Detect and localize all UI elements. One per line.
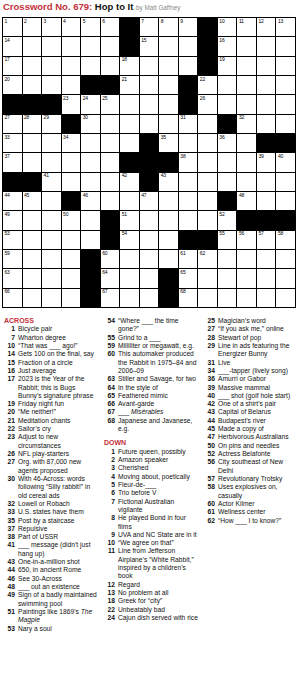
block-cell	[140, 153, 159, 171]
grid-cell[interactable]	[23, 211, 42, 229]
clue-number: 27	[202, 325, 215, 333]
grid-cell[interactable]	[42, 76, 61, 94]
grid-cell[interactable]	[42, 37, 61, 55]
clue-text: ___-tapper (lively song)	[218, 367, 299, 375]
block-cell	[159, 269, 178, 287]
grid-cell[interactable]	[159, 192, 178, 210]
cell-number: 62	[200, 251, 205, 256]
clue-number: 37	[2, 525, 15, 533]
grid-cell[interactable]	[218, 289, 237, 307]
grid-cell[interactable]	[257, 269, 276, 287]
grid-cell[interactable]: 39	[257, 153, 276, 171]
grid-cell[interactable]	[218, 173, 237, 191]
grid-cell[interactable]	[23, 57, 42, 75]
grid-cell[interactable]	[159, 115, 178, 133]
grid-cell[interactable]	[198, 153, 217, 171]
grid-cell[interactable]: 47	[140, 192, 159, 210]
cell-number: 54	[122, 231, 127, 236]
grid-cell[interactable]	[237, 289, 256, 307]
grid-cell[interactable]: 40	[276, 153, 295, 171]
grid-cell[interactable]: 25	[101, 95, 120, 113]
clue-number: 58	[202, 483, 215, 500]
grid-cell[interactable]: 68	[179, 289, 198, 307]
clue-text: Grind to a ___	[118, 334, 200, 342]
grid-cell[interactable]	[101, 37, 120, 55]
grid-cell[interactable]	[179, 57, 198, 75]
grid-cell[interactable]	[81, 173, 100, 191]
clue-number: 29	[202, 342, 215, 359]
clue-number: 46	[2, 575, 15, 583]
grid-cell[interactable]: 20	[3, 76, 22, 94]
clue-text: Adjust to new circumstances	[18, 433, 100, 450]
grid-cell[interactable]	[257, 115, 276, 133]
clue-number: 22	[102, 606, 115, 614]
block-cell	[3, 173, 22, 191]
block-cell	[81, 76, 100, 94]
clue-text: Actor Kilmer	[218, 500, 299, 508]
grid-cell[interactable]: 21	[120, 76, 139, 94]
grid-cell[interactable]	[62, 231, 81, 249]
cell-number: 44	[5, 193, 10, 198]
clue: 32Lowell or Robach	[2, 500, 100, 508]
clue: 43One-in-a-million shot	[2, 558, 100, 566]
grid-cell[interactable]: 6	[101, 18, 120, 36]
clue-number: 35	[2, 517, 15, 525]
block-cell	[198, 57, 217, 75]
grid-cell[interactable]: 55	[218, 231, 237, 249]
grid-cell[interactable]: 9	[179, 18, 198, 36]
grid-cell[interactable]	[42, 153, 61, 171]
grid-cell[interactable]: 5	[81, 18, 100, 36]
clue: 63Stiller and Savage, for two	[102, 375, 200, 383]
grid-cell[interactable]	[198, 192, 217, 210]
grid-cell[interactable]: 60	[101, 250, 120, 268]
grid-cell[interactable]	[120, 192, 139, 210]
grid-cell[interactable]: 36	[218, 134, 237, 152]
grid-cell[interactable]: 32	[237, 115, 256, 133]
grid-cell[interactable]	[276, 57, 295, 75]
clue: 64In the style of	[102, 384, 200, 392]
grid-cell[interactable]	[101, 115, 120, 133]
clue-text: Line in ads featuring the Energizer Bunn…	[218, 342, 299, 359]
grid-cell[interactable]: 15	[140, 37, 159, 55]
block-cell	[23, 95, 42, 113]
grid-cell[interactable]: 64	[101, 269, 120, 287]
grid-cell[interactable]: 52	[218, 211, 237, 229]
grid-cell[interactable]	[42, 231, 61, 249]
grid-cell[interactable]: 34	[62, 134, 81, 152]
grid-cell[interactable]: 2	[23, 18, 42, 36]
grid-cell[interactable]: 45	[23, 192, 42, 210]
grid-cell[interactable]	[42, 192, 61, 210]
grid-cell[interactable]	[159, 37, 178, 55]
cell-number: 33	[5, 135, 10, 140]
grid-cell[interactable]	[42, 211, 61, 229]
grid-cell[interactable]: 16	[218, 37, 237, 55]
grid-cell[interactable]	[257, 192, 276, 210]
cell-number: 10	[219, 19, 224, 24]
grid-cell[interactable]	[23, 76, 42, 94]
grid-cell[interactable]	[276, 173, 295, 191]
cell-number: 65	[180, 270, 185, 275]
grid-cell[interactable]	[179, 211, 198, 229]
clue: 29Line in ads featuring the Energizer Bu…	[202, 342, 299, 359]
grid-cell[interactable]: 54	[120, 231, 139, 249]
clue-number: 11	[102, 547, 115, 580]
cell-number: 58	[278, 231, 283, 236]
grid-cell[interactable]: 56	[237, 231, 256, 249]
clue: 1Bicycle pair	[2, 325, 100, 333]
clue-number: 60	[102, 350, 115, 375]
clue-text: ___ out an existence	[18, 583, 100, 591]
grid-cell[interactable]	[23, 250, 42, 268]
grid-cell[interactable]	[23, 269, 42, 287]
cell-number: 55	[219, 231, 224, 236]
grid-cell[interactable]: 53	[3, 231, 22, 249]
grid-cell[interactable]	[159, 76, 178, 94]
grid-cell[interactable]: 28	[23, 115, 42, 133]
clue-number: 47	[202, 433, 215, 441]
cell-number: 46	[83, 193, 88, 198]
clue: 172023 is the Year of the Rabbit; this i…	[2, 375, 100, 400]
grid-cell[interactable]: 67	[101, 289, 120, 307]
grid-cell[interactable]: 58	[276, 231, 295, 249]
grid-cell[interactable]	[198, 115, 217, 133]
grid-cell[interactable]	[237, 153, 256, 171]
grid-cell[interactable]	[257, 173, 276, 191]
grid-cell[interactable]	[120, 134, 139, 152]
grid-cell[interactable]	[62, 57, 81, 75]
grid-cell[interactable]	[218, 95, 237, 113]
grid-cell[interactable]	[81, 231, 100, 249]
clues-column-1: ACROSS1Bicycle pair7Wharton degree10“Tha…	[2, 317, 100, 633]
clue-text: Made a copy of	[218, 425, 299, 433]
clue-number: 64	[102, 384, 115, 392]
clue: 21Meditation chants	[2, 417, 100, 425]
grid-cell[interactable]: 13	[276, 18, 295, 36]
grid-cell[interactable]: 27	[3, 115, 22, 133]
clue-text: “Me neither!”	[18, 408, 100, 416]
grid-cell[interactable]: 50	[62, 211, 81, 229]
clue: 44Budapest’s river	[202, 417, 299, 425]
clue-number: 5	[102, 481, 115, 489]
grid-cell[interactable]: 51	[120, 211, 139, 229]
block-cell	[198, 18, 217, 36]
grid-cell[interactable]	[42, 134, 61, 152]
cell-number: 25	[102, 96, 107, 101]
grid-cell[interactable]	[237, 76, 256, 94]
grid-cell[interactable]: 44	[3, 192, 22, 210]
grid-cell[interactable]	[62, 173, 81, 191]
cell-number: 35	[161, 135, 166, 140]
clue-number: 10	[102, 539, 115, 547]
grid-cell[interactable]	[276, 269, 295, 287]
clue-text: On pins and needles	[218, 442, 299, 450]
grid-cell[interactable]	[120, 289, 139, 307]
clue-text: Future queen, possibly	[118, 448, 200, 456]
clue-number: 18	[102, 597, 115, 605]
grid-cell[interactable]	[237, 57, 256, 75]
grid-cell[interactable]	[276, 250, 295, 268]
grid-cell[interactable]	[140, 289, 159, 307]
clue-text: Capital of Belarus	[218, 408, 299, 416]
grid-cell[interactable]	[159, 250, 178, 268]
cell-number: 11	[239, 19, 244, 24]
clue-number: 39	[202, 384, 215, 392]
crossword-grid: 1234567891011121314151617181920212223242…	[2, 17, 296, 308]
block-cell	[179, 76, 198, 94]
grid-cell[interactable]	[62, 76, 81, 94]
clue-number: 49	[2, 591, 15, 608]
clue-text: Unbeatably bad	[118, 606, 200, 614]
grid-cell[interactable]: 4	[62, 18, 81, 36]
grid-cell[interactable]	[179, 134, 198, 152]
clue-number: 15	[2, 359, 15, 367]
grid-cell[interactable]: 30	[81, 115, 100, 133]
clue: 3Cherished	[102, 464, 200, 472]
block-cell	[179, 231, 198, 249]
clue-text: One of a shirt’s pair	[218, 400, 299, 408]
grid-cell[interactable]: 43	[159, 173, 178, 191]
grid-cell[interactable]: 33	[3, 134, 22, 152]
grid-cell[interactable]	[218, 153, 237, 171]
grid-cell[interactable]	[257, 57, 276, 75]
grid-cell[interactable]: 63	[3, 269, 22, 287]
grid-cell[interactable]	[120, 115, 139, 133]
cell-number: 63	[5, 270, 10, 275]
grid-cell[interactable]	[120, 95, 139, 113]
grid-cell[interactable]	[42, 250, 61, 268]
grid-cell[interactable]: 37	[3, 153, 22, 171]
clue-text: Moving about, poetically	[118, 473, 200, 481]
grid-cell[interactable]	[62, 153, 81, 171]
block-cell	[120, 153, 139, 171]
grid-cell[interactable]	[42, 269, 61, 287]
grid-cell[interactable]: 65	[179, 269, 198, 287]
grid-cell[interactable]	[101, 57, 120, 75]
grid-cell[interactable]	[140, 269, 159, 287]
grid-cell[interactable]	[237, 173, 256, 191]
grid-cell[interactable]	[257, 37, 276, 55]
grid-cell[interactable]	[23, 153, 42, 171]
grid-cell[interactable]	[237, 37, 256, 55]
grid-cell[interactable]: 7	[140, 18, 159, 36]
grid-cell[interactable]: 10	[218, 18, 237, 36]
clue: 28Stewart of pop	[202, 334, 299, 342]
grid-cell[interactable]	[140, 211, 159, 229]
clue-number: 44	[2, 566, 15, 574]
grid-cell[interactable]	[276, 115, 295, 133]
grid-cell[interactable]: 26	[198, 95, 217, 113]
clue-number: 67	[102, 408, 115, 416]
grid-cell[interactable]	[237, 95, 256, 113]
grid-cell[interactable]	[237, 269, 256, 287]
clue-number: 1	[2, 325, 15, 333]
grid-cell[interactable]	[23, 289, 42, 307]
grid-cell[interactable]	[198, 289, 217, 307]
grid-cell[interactable]	[198, 173, 217, 191]
grid-cell[interactable]	[62, 37, 81, 55]
cell-number: 22	[200, 77, 205, 82]
grid-cell[interactable]	[276, 95, 295, 113]
clue: 57Revolutionary Trotsky	[202, 475, 299, 483]
grid-cell[interactable]	[81, 134, 100, 152]
grid-cell[interactable]: 12	[257, 18, 276, 36]
cell-number: 17	[5, 57, 10, 62]
grid-cell[interactable]: 49	[3, 211, 22, 229]
grid-cell[interactable]	[81, 153, 100, 171]
grid-cell[interactable]: 35	[159, 134, 178, 152]
clue-text: Uses explosives on, casually	[218, 483, 299, 500]
cell-number: 42	[122, 173, 127, 178]
grid-cell[interactable]: 42	[120, 173, 139, 191]
clue: 26NFL play-starters	[2, 450, 100, 458]
grid-cell[interactable]	[159, 231, 178, 249]
grid-cell[interactable]	[276, 37, 295, 55]
grid-cell[interactable]	[257, 95, 276, 113]
grid-cell[interactable]	[140, 95, 159, 113]
grid-cell[interactable]: 57	[257, 231, 276, 249]
grid-cell[interactable]: 11	[237, 18, 256, 36]
grid-cell[interactable]	[257, 76, 276, 94]
clue-text: Wellness center	[218, 508, 299, 516]
grid-cell[interactable]	[159, 57, 178, 75]
grid-cell[interactable]: 62	[198, 250, 217, 268]
clue-number: 10	[2, 342, 15, 350]
grid-cell[interactable]	[42, 57, 61, 75]
grid-cell[interactable]	[101, 173, 120, 191]
grid-cell[interactable]: 1	[3, 18, 22, 36]
grid-cell[interactable]: 31	[179, 115, 198, 133]
cell-number: 20	[5, 77, 10, 82]
cell-number: 1	[5, 19, 8, 24]
block-cell	[159, 289, 178, 307]
grid-cell[interactable]	[101, 153, 120, 171]
grid-cell[interactable]	[198, 211, 217, 229]
grid-cell[interactable]	[140, 231, 159, 249]
grid-cell[interactable]	[140, 115, 159, 133]
clue-number: 14	[2, 350, 15, 358]
grid-cell[interactable]: 61	[179, 250, 198, 268]
grid-cell[interactable]: 29	[42, 115, 61, 133]
clue-text: Massive mammal	[218, 384, 299, 392]
grid-cell[interactable]	[23, 37, 42, 55]
grid-cell[interactable]	[23, 231, 42, 249]
grid-cell[interactable]	[179, 173, 198, 191]
grid-cell[interactable]	[159, 95, 178, 113]
crossword-page: Crossword No. 679: Hop to It by Matt Gaf…	[0, 0, 300, 674]
grid-cell[interactable]	[198, 134, 217, 152]
grid-cell[interactable]	[62, 289, 81, 307]
clue: 7Wharton degree	[2, 334, 100, 342]
clue: 66Avant-garde	[102, 400, 200, 408]
grid-cell[interactable]: 66	[3, 289, 22, 307]
clue-number: 20	[2, 408, 15, 416]
clue-number: 66	[102, 400, 115, 408]
cell-number: 2	[24, 19, 27, 24]
grid-cell[interactable]: 18	[120, 57, 139, 75]
clue-number: 33	[2, 508, 15, 516]
clue-text: Post by a staircase	[18, 517, 100, 525]
grid-cell[interactable]	[198, 269, 217, 287]
grid-cell[interactable]	[81, 211, 100, 229]
clue: 49Sign of a badly maintained swimming po…	[2, 591, 100, 608]
grid-cell[interactable]	[140, 57, 159, 75]
grid-cell[interactable]	[237, 250, 256, 268]
grid-cell[interactable]	[276, 76, 295, 94]
grid-cell[interactable]	[62, 269, 81, 287]
grid-cell[interactable]: 14	[3, 37, 22, 55]
cell-number: 36	[219, 135, 224, 140]
grid-cell[interactable]: 46	[81, 192, 100, 210]
grid-cell[interactable]: 23	[62, 95, 81, 113]
grid-cell[interactable]: 8	[159, 18, 178, 36]
grid-cell[interactable]: 19	[218, 57, 237, 75]
grid-cell[interactable]	[140, 76, 159, 94]
clue: 48___ out an existence	[2, 583, 100, 591]
grid-cell[interactable]: 22	[198, 76, 217, 94]
grid-cell[interactable]: 38	[179, 153, 198, 171]
grid-cell[interactable]	[101, 192, 120, 210]
grid-cell[interactable]: 41	[42, 173, 61, 191]
clue-number: 26	[2, 450, 15, 458]
cell-number: 24	[83, 96, 88, 101]
grid-cell[interactable]	[179, 192, 198, 210]
grid-cell[interactable]	[62, 250, 81, 268]
grid-cell[interactable]	[276, 289, 295, 307]
clue-text: Herbivorous Australians	[218, 433, 299, 441]
grid-cell[interactable]	[81, 37, 100, 55]
grid-cell[interactable]	[257, 289, 276, 307]
grid-cell[interactable]: 3	[42, 18, 61, 36]
grid-cell[interactable]: 48	[237, 192, 256, 210]
grid-cell[interactable]	[276, 192, 295, 210]
block-cell	[101, 211, 120, 229]
grid-cell[interactable]	[218, 250, 237, 268]
clue: 10“We agree on that”	[102, 539, 200, 547]
clue-number: 48	[2, 583, 15, 591]
grid-cell[interactable]	[120, 269, 139, 287]
grid-cell[interactable]	[140, 250, 159, 268]
grid-cell[interactable]	[23, 134, 42, 152]
clue-text: UVA and NC State are in it	[118, 531, 200, 539]
grid-cell[interactable]	[101, 134, 120, 152]
grid-cell[interactable]	[81, 57, 100, 75]
grid-cell[interactable]	[159, 211, 178, 229]
clue-text: In the style of	[118, 384, 200, 392]
clue-number: 63	[102, 375, 115, 383]
cell-number: 30	[83, 115, 88, 120]
clue-text: Paintings like 1869’s The Magpie	[18, 608, 100, 625]
clue-text: NFL play-starters	[18, 450, 100, 458]
grid-cell[interactable]	[237, 134, 256, 152]
cell-number: 61	[180, 251, 185, 256]
clue-text: Fraction of a circle	[18, 359, 100, 367]
grid-cell[interactable]: 24	[81, 95, 100, 113]
clue: 33U.S. states have them	[2, 508, 100, 516]
grid-cell[interactable]	[218, 76, 237, 94]
grid-cell[interactable]	[120, 250, 139, 268]
cell-number: 64	[102, 270, 107, 275]
cell-number: 40	[278, 154, 283, 159]
grid-cell[interactable]	[42, 289, 61, 307]
grid-cell[interactable]	[218, 269, 237, 287]
grid-cell[interactable]: 59	[3, 250, 22, 268]
block-cell	[81, 269, 100, 287]
grid-cell[interactable]: 17	[3, 57, 22, 75]
grid-cell[interactable]	[179, 37, 198, 55]
grid-cell[interactable]	[257, 250, 276, 268]
